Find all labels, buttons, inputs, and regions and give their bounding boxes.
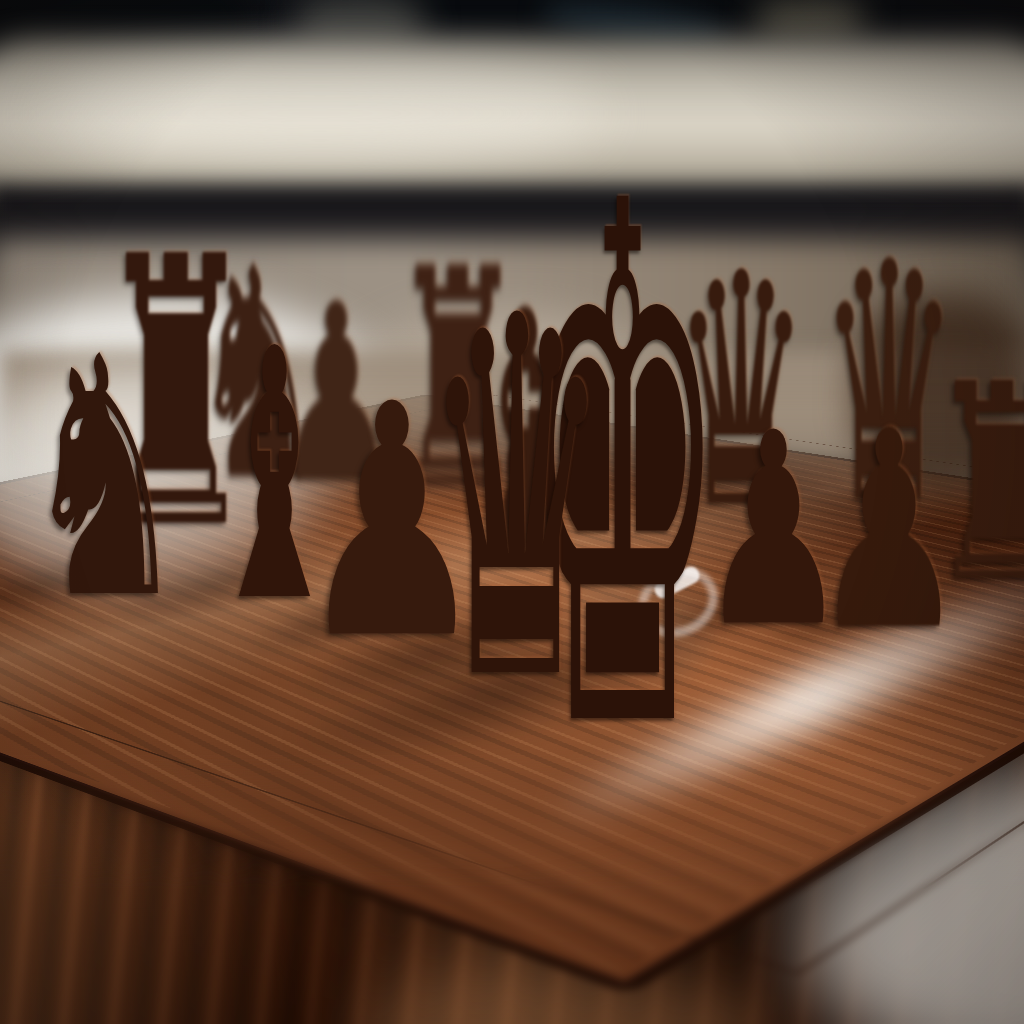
foreground-defocus xyxy=(0,755,1024,1024)
photo-scene: ♞♜♞♝♟♟♜♝♛♚♛♛♟♟♜ xyxy=(0,0,1024,1024)
piece-knight-left[interactable]: ♞ xyxy=(13,314,198,644)
piece-queen-front[interactable]: ♛ xyxy=(412,254,620,749)
sofa-back-gap-right xyxy=(755,0,865,42)
piece-pawn-right-1[interactable]: ♟ xyxy=(690,398,857,663)
